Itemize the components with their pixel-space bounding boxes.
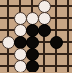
stone-black (26, 60, 39, 73)
stone-white (2, 36, 15, 49)
stone-black (14, 36, 27, 49)
stone-black (26, 24, 39, 37)
stone-black (50, 36, 63, 49)
stone-white (14, 12, 27, 25)
stone-white (14, 60, 27, 73)
stone-black (26, 36, 39, 49)
go-board[interactable] (0, 0, 72, 72)
stone-white (14, 24, 27, 37)
stone-white (38, 0, 51, 13)
stone-black (38, 24, 51, 37)
grid-line-vertical (67, 0, 69, 72)
stone-white (14, 48, 27, 61)
stone-white (26, 12, 39, 25)
grid-line-horizontal (0, 5, 72, 7)
stone-white (38, 12, 51, 25)
stone-black (26, 48, 39, 61)
